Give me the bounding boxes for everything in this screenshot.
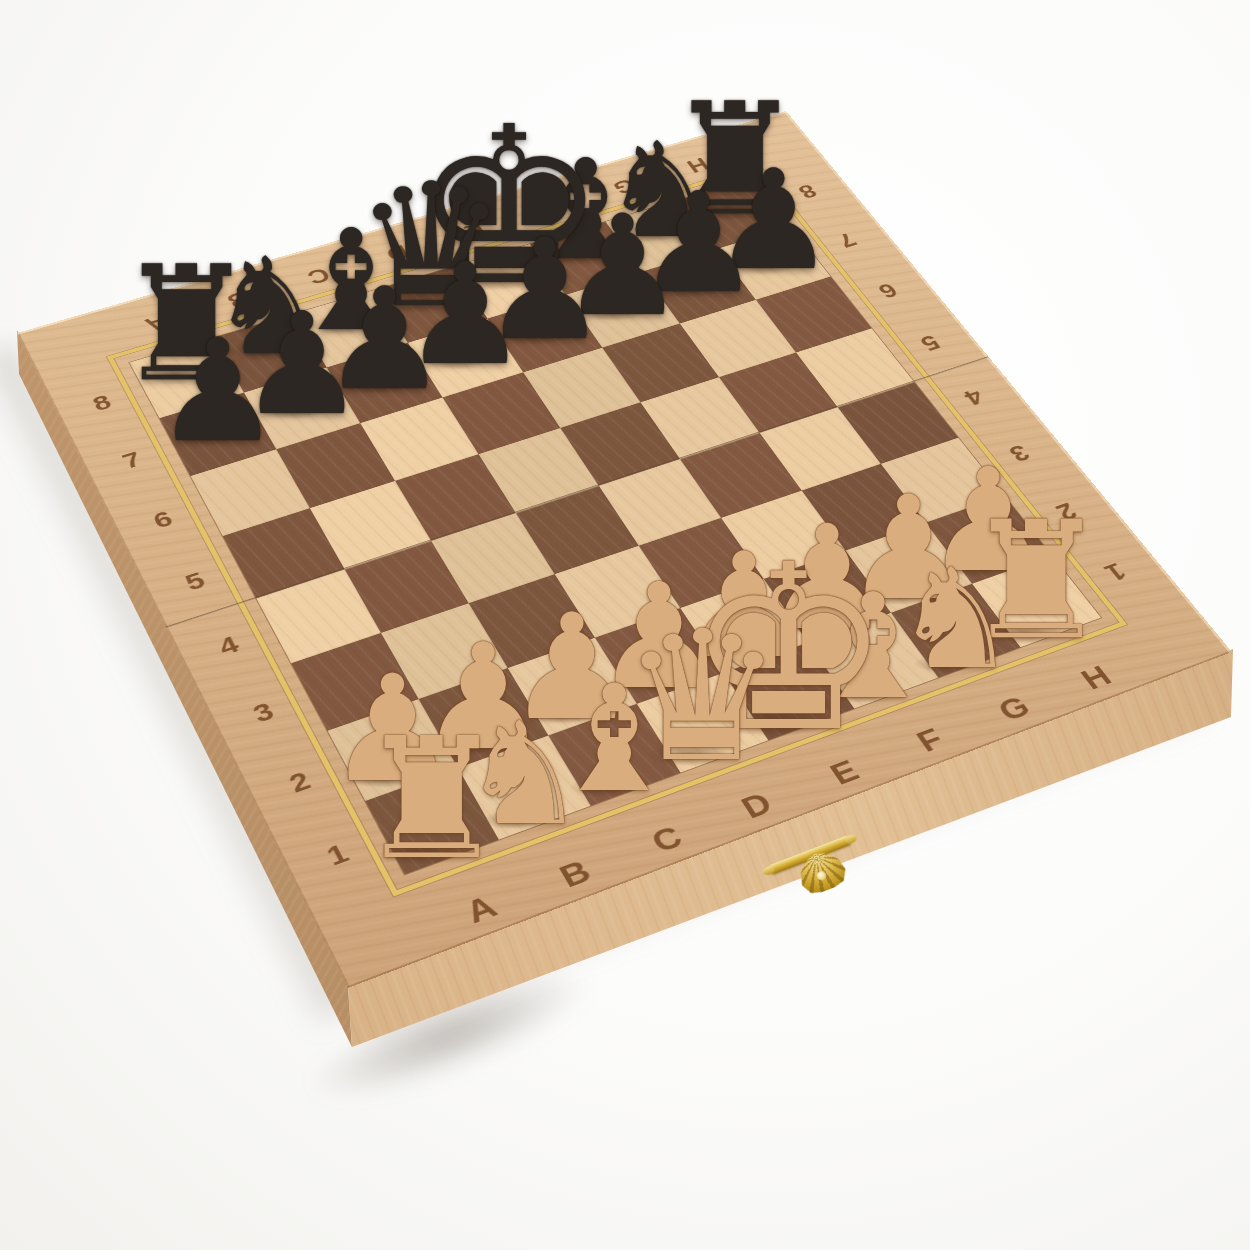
piece-black-pawn-a7[interactable]: ♟ (154, 320, 281, 462)
chess-set-photo: AA11BB22CC33DD44EE55FF66GG77HH88 ♜♞♝♛♚♝♞… (0, 0, 1250, 1250)
piece-white-rook-a1[interactable]: ♜ (357, 716, 507, 884)
